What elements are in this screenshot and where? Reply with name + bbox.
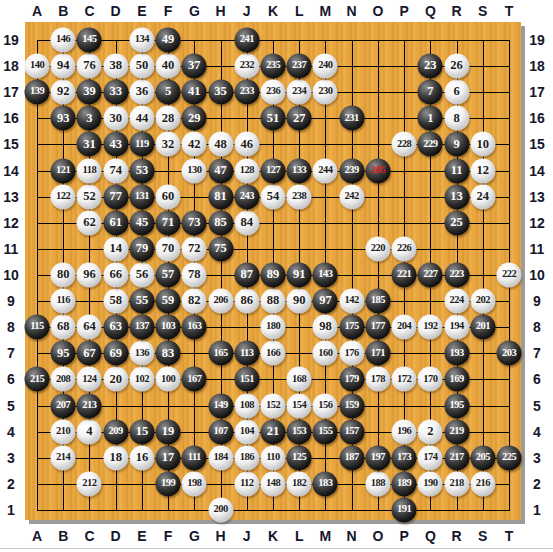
- stone-white-98-M8: 98: [313, 315, 338, 340]
- move-number: 165: [213, 348, 227, 359]
- stone-white-242-N13: 242: [339, 184, 364, 209]
- stone-white-168-L6: 168: [287, 367, 312, 392]
- stone-black-47-H14: 47: [208, 158, 233, 183]
- row-label-left-6: 6: [7, 371, 15, 387]
- move-number: 37: [188, 59, 201, 72]
- move-number: 46: [241, 138, 254, 151]
- last-move-number: 245: [371, 165, 385, 176]
- move-number: 207: [56, 400, 70, 411]
- stone-black-221-P10: 221: [392, 263, 417, 288]
- stone-white-74-D14: 74: [103, 158, 128, 183]
- stone-black-51-K16: 51: [261, 106, 286, 131]
- move-number: 131: [135, 191, 149, 202]
- stone-black-15-E4: 15: [129, 419, 154, 444]
- stone-black-31-C15: 31: [77, 132, 102, 157]
- stone-white-52-C13: 52: [77, 184, 102, 209]
- stone-white-90-L9: 90: [287, 289, 312, 314]
- move-number: 57: [162, 268, 175, 281]
- move-number: 38: [109, 59, 122, 72]
- stone-black-111-G3: 111: [182, 445, 207, 470]
- stone-black-125-L3: 125: [287, 445, 312, 470]
- move-number: 44: [136, 112, 149, 125]
- stone-black-95-B7: 95: [51, 341, 76, 366]
- stone-black-59-F9: 59: [156, 289, 181, 314]
- move-number: 241: [240, 34, 254, 45]
- stone-white-16-E3: 16: [129, 445, 154, 470]
- column-label-top-F: F: [164, 3, 173, 19]
- stone-black-1-Q16: 1: [418, 106, 443, 131]
- move-number: 205: [476, 452, 490, 463]
- move-number: 98: [319, 320, 332, 333]
- stone-white-202-S9: 202: [470, 289, 495, 314]
- move-number: 47: [214, 164, 227, 177]
- move-number: 128: [240, 165, 254, 176]
- stone-white-196-P4: 196: [392, 419, 417, 444]
- move-number: 74: [109, 164, 122, 177]
- stone-white-194-R8: 194: [444, 315, 469, 340]
- stone-white-124-C6: 124: [77, 367, 102, 392]
- move-number: 54: [267, 190, 280, 203]
- move-number: 55: [136, 294, 149, 307]
- stone-white-128-J14: 128: [234, 158, 259, 183]
- row-label-right-8: 8: [533, 319, 541, 335]
- stone-white-44-E16: 44: [129, 106, 154, 131]
- stone-black-215-A6: 215: [25, 367, 50, 392]
- row-label-right-9: 9: [533, 293, 541, 309]
- row-label-left-5: 5: [7, 398, 15, 414]
- move-number: 202: [476, 295, 490, 306]
- row-label-right-13: 13: [529, 189, 545, 205]
- move-number: 237: [292, 60, 306, 71]
- move-number: 151: [240, 374, 254, 385]
- move-number: 36: [136, 85, 149, 98]
- move-number: 156: [318, 400, 332, 411]
- stone-white-166-K7: 166: [261, 341, 286, 366]
- row-label-right-15: 15: [529, 136, 545, 152]
- move-number: 194: [449, 321, 463, 332]
- row-label-left-18: 18: [3, 58, 19, 74]
- move-number: 71: [162, 216, 175, 229]
- move-number: 108: [240, 400, 254, 411]
- move-number: 197: [371, 452, 385, 463]
- stone-black-175-N8: 175: [339, 315, 364, 340]
- move-number: 3: [86, 112, 92, 125]
- stone-white-136-E7: 136: [129, 341, 154, 366]
- move-number: 26: [450, 59, 463, 72]
- move-number: 169: [449, 374, 463, 385]
- move-number: 20: [109, 373, 122, 386]
- stone-black-197-O3: 197: [365, 445, 390, 470]
- stone-white-176-N7: 176: [339, 341, 364, 366]
- stone-white-24-S13: 24: [470, 184, 495, 209]
- move-number: 143: [318, 269, 332, 280]
- move-number: 5: [165, 85, 171, 98]
- move-number: 72: [188, 242, 201, 255]
- stone-white-170-Q6: 170: [418, 367, 443, 392]
- move-number: 154: [292, 400, 306, 411]
- row-label-right-16: 16: [529, 110, 545, 126]
- stone-white-220-O11: 220: [365, 236, 390, 261]
- move-number: 6: [453, 85, 459, 98]
- column-label-bottom-O: O: [372, 528, 383, 544]
- stone-black-45-E12: 45: [129, 210, 154, 235]
- stone-white-54-K13: 54: [261, 184, 286, 209]
- stone-white-180-K8: 180: [261, 315, 286, 340]
- stone-black-107-H4: 107: [208, 419, 233, 444]
- stone-black-207-B5: 207: [51, 393, 76, 418]
- move-number: 35: [214, 85, 227, 98]
- move-number: 179: [345, 374, 359, 385]
- stone-black-81-H13: 81: [208, 184, 233, 209]
- move-number: 102: [135, 374, 149, 385]
- stone-black-151-J6: 151: [234, 367, 259, 392]
- move-number: 176: [345, 348, 359, 359]
- stone-black-229-Q15: 229: [418, 132, 443, 157]
- stone-black-127-K14: 127: [261, 158, 286, 183]
- row-label-left-10: 10: [3, 267, 19, 283]
- stone-white-36-E17: 36: [129, 80, 154, 105]
- stone-black-17-F3: 17: [156, 445, 181, 470]
- stone-black-73-G12: 73: [182, 210, 207, 235]
- stone-black-169-R6: 169: [444, 367, 469, 392]
- stone-black-149-H5: 149: [208, 393, 233, 418]
- stone-white-206-H9: 206: [208, 289, 233, 314]
- stone-black-185-O9: 185: [365, 289, 390, 314]
- move-number: 170: [423, 374, 437, 385]
- stone-black-201-S8: 201: [470, 315, 495, 340]
- stone-white-8-R16: 8: [444, 106, 469, 131]
- stone-black-23-Q18: 23: [418, 54, 443, 79]
- move-number: 166: [266, 348, 280, 359]
- move-number: 192: [423, 321, 437, 332]
- move-number: 168: [292, 374, 306, 385]
- move-number: 80: [57, 268, 70, 281]
- stone-white-236-K17: 236: [261, 80, 286, 105]
- row-label-left-7: 7: [7, 345, 15, 361]
- move-number: 195: [449, 400, 463, 411]
- stone-white-238-L13: 238: [287, 184, 312, 209]
- stone-black-21-K4: 21: [261, 419, 286, 444]
- stone-black-61-D12: 61: [103, 210, 128, 235]
- move-number: 140: [30, 60, 44, 71]
- move-number: 204: [397, 321, 411, 332]
- stone-black-75-H11: 75: [208, 236, 233, 261]
- stone-black-69-D7: 69: [103, 341, 128, 366]
- move-number: 100: [161, 374, 175, 385]
- move-number: 233: [240, 86, 254, 97]
- move-number: 125: [292, 452, 306, 463]
- stone-white-146-B19: 146: [51, 28, 76, 53]
- move-number: 73: [188, 216, 201, 229]
- stone-black-239-N14: 239: [339, 158, 364, 183]
- move-number: 174: [423, 452, 437, 463]
- column-label-bottom-R: R: [451, 528, 461, 544]
- stone-white-32-F15: 32: [156, 132, 181, 157]
- stone-black-223-R10: 223: [444, 263, 469, 288]
- column-label-bottom-P: P: [399, 528, 408, 544]
- stone-white-92-B17: 92: [51, 80, 76, 105]
- move-number: 221: [397, 269, 411, 280]
- move-number: 13: [450, 190, 463, 203]
- stone-black-131-E13: 131: [129, 184, 154, 209]
- stone-black-5-F17: 5: [156, 80, 181, 105]
- move-number: 21: [267, 425, 280, 438]
- stone-white-204-P8: 204: [392, 315, 417, 340]
- move-number: 185: [371, 295, 385, 306]
- stone-black-41-G17: 41: [182, 80, 207, 105]
- stone-white-130-G14: 130: [182, 158, 207, 183]
- stone-black-241-J19: 241: [234, 28, 259, 53]
- move-number: 222: [502, 269, 516, 280]
- stone-black-225-T3: 225: [497, 445, 522, 470]
- stone-black-187-N3: 187: [339, 445, 364, 470]
- move-number: 178: [371, 374, 385, 385]
- row-label-left-12: 12: [3, 215, 19, 231]
- grid-hline-1: [37, 510, 510, 511]
- row-label-right-12: 12: [529, 215, 545, 231]
- move-number: 84: [241, 216, 254, 229]
- go-record-window: 1234567891011121314151617181920212324252…: [0, 0, 553, 552]
- stone-black-63-D8: 63: [103, 315, 128, 340]
- move-number: 201: [476, 321, 490, 332]
- move-number: 75: [214, 242, 227, 255]
- stone-white-4-C4: 4: [77, 419, 102, 444]
- stone-black-165-H7: 165: [208, 341, 233, 366]
- row-label-right-18: 18: [529, 58, 545, 74]
- stone-black-133-L14: 133: [287, 158, 312, 183]
- stone-black-213-C5: 213: [77, 393, 102, 418]
- move-number: 230: [318, 86, 332, 97]
- stone-black-57-F10: 57: [156, 263, 181, 288]
- column-label-bottom-C: C: [84, 528, 94, 544]
- stone-black-199-F2: 199: [156, 471, 181, 496]
- row-label-left-1: 1: [7, 502, 15, 518]
- stone-black-103-F8: 103: [156, 315, 181, 340]
- stone-white-226-P11: 226: [392, 236, 417, 261]
- move-number: 231: [345, 113, 359, 124]
- stone-white-60-F13: 60: [156, 184, 181, 209]
- move-number: 116: [56, 295, 70, 306]
- move-number: 183: [318, 478, 332, 489]
- stone-black-203-T7: 203: [497, 341, 522, 366]
- move-number: 152: [266, 400, 280, 411]
- stone-black-121-B14: 121: [51, 158, 76, 183]
- column-label-top-E: E: [137, 3, 146, 19]
- move-number: 31: [83, 138, 96, 151]
- stone-black-67-C7: 67: [77, 341, 102, 366]
- row-label-right-2: 2: [533, 476, 541, 492]
- column-label-bottom-T: T: [505, 528, 514, 544]
- move-number: 89: [267, 268, 280, 281]
- stone-white-118-C14: 118: [77, 158, 102, 183]
- stone-white-214-B3: 214: [51, 445, 76, 470]
- stone-black-87-J10: 87: [234, 263, 259, 288]
- stone-black-243-J13: 243: [234, 184, 259, 209]
- stone-white-10-S15: 10: [470, 132, 495, 157]
- row-label-left-13: 13: [3, 189, 19, 205]
- stone-black-13-R13: 13: [444, 184, 469, 209]
- move-number: 177: [371, 321, 385, 332]
- row-label-left-11: 11: [4, 241, 19, 257]
- stone-white-160-M7: 160: [313, 341, 338, 366]
- move-number: 172: [397, 374, 411, 385]
- move-number: 97: [319, 294, 332, 307]
- stone-white-232-J18: 232: [234, 54, 259, 79]
- move-number: 243: [240, 191, 254, 202]
- column-label-bottom-G: G: [189, 528, 200, 544]
- stone-white-18-D3: 18: [103, 445, 128, 470]
- stone-black-37-G18: 37: [182, 54, 207, 79]
- stone-white-234-L17: 234: [287, 80, 312, 105]
- move-number: 91: [293, 268, 306, 281]
- column-label-bottom-N: N: [347, 528, 357, 544]
- move-number: 103: [161, 321, 175, 332]
- grid-vline-S: [483, 40, 484, 511]
- move-number: 28: [162, 112, 175, 125]
- stone-white-198-G2: 198: [182, 471, 207, 496]
- stone-white-178-O6: 178: [365, 367, 390, 392]
- row-label-left-4: 4: [7, 424, 15, 440]
- stone-black-167-G6: 167: [182, 367, 207, 392]
- move-number: 149: [213, 400, 227, 411]
- stone-black-43-D15: 43: [103, 132, 128, 157]
- stone-white-108-J5: 108: [234, 393, 259, 418]
- stone-white-222-T10: 222: [497, 263, 522, 288]
- move-number: 41: [188, 85, 201, 98]
- column-label-top-L: L: [295, 3, 304, 19]
- stone-black-171-O7: 171: [365, 341, 390, 366]
- move-number: 93: [57, 112, 70, 125]
- stone-black-83-F7: 83: [156, 341, 181, 366]
- stone-black-53-E14: 53: [129, 158, 154, 183]
- move-number: 142: [345, 295, 359, 306]
- move-number: 78: [188, 268, 201, 281]
- stone-black-163-G8: 163: [182, 315, 207, 340]
- column-label-top-R: R: [451, 3, 461, 19]
- stone-white-2-Q4: 2: [418, 419, 443, 444]
- stone-black-245-O14: 245: [365, 158, 390, 183]
- column-label-bottom-E: E: [137, 528, 146, 544]
- stone-white-6-R17: 6: [444, 80, 469, 105]
- column-label-top-A: A: [32, 3, 42, 19]
- column-label-bottom-Q: Q: [425, 528, 436, 544]
- move-number: 134: [135, 34, 149, 45]
- move-number: 107: [213, 426, 227, 437]
- move-number: 11: [451, 164, 463, 177]
- goban[interactable]: 1234567891011121314151617181920212324252…: [25, 22, 521, 520]
- stone-black-115-A8: 115: [25, 315, 50, 340]
- row-label-right-19: 19: [529, 32, 545, 48]
- move-number: 24: [477, 190, 490, 203]
- move-number: 51: [267, 112, 280, 125]
- move-number: 27: [293, 112, 306, 125]
- stone-white-26-R18: 26: [444, 54, 469, 79]
- column-label-top-Q: Q: [425, 3, 436, 19]
- move-number: 232: [240, 60, 254, 71]
- move-number: 212: [82, 478, 96, 489]
- column-label-bottom-J: J: [243, 528, 251, 544]
- row-label-left-14: 14: [3, 163, 19, 179]
- column-label-top-D: D: [111, 3, 121, 19]
- move-number: 92: [57, 85, 70, 98]
- row-label-right-4: 4: [533, 424, 541, 440]
- row-label-right-6: 6: [533, 371, 541, 387]
- move-number: 213: [82, 400, 96, 411]
- stone-black-191-P1: 191: [392, 498, 417, 523]
- move-number: 70: [162, 242, 175, 255]
- stone-white-82-G9: 82: [182, 289, 207, 314]
- move-number: 90: [293, 294, 306, 307]
- move-number: 226: [397, 243, 411, 254]
- stone-white-66-D10: 66: [103, 263, 128, 288]
- stone-black-11-R14: 11: [444, 158, 469, 183]
- stone-black-219-R4: 219: [444, 419, 469, 444]
- move-number: 180: [266, 321, 280, 332]
- move-number: 43: [109, 138, 122, 151]
- column-label-top-O: O: [372, 3, 383, 19]
- move-number: 236: [266, 86, 280, 97]
- stone-black-217-R3: 217: [444, 445, 469, 470]
- move-number: 121: [56, 165, 70, 176]
- move-number: 49: [162, 33, 175, 46]
- stone-black-155-M4: 155: [313, 419, 338, 444]
- move-number: 146: [56, 34, 70, 45]
- stone-white-116-B9: 116: [51, 289, 76, 314]
- stone-black-173-P3: 173: [392, 445, 417, 470]
- stone-white-192-Q8: 192: [418, 315, 443, 340]
- move-number: 111: [188, 452, 201, 463]
- stone-white-94-B18: 94: [51, 54, 76, 79]
- move-number: 76: [83, 59, 96, 72]
- row-label-right-1: 1: [533, 502, 541, 518]
- move-number: 227: [423, 269, 437, 280]
- column-label-bottom-F: F: [164, 528, 173, 544]
- stone-black-93-B16: 93: [51, 106, 76, 131]
- stone-black-139-A17: 139: [25, 80, 50, 105]
- stone-black-227-Q10: 227: [418, 263, 443, 288]
- stone-white-72-G11: 72: [182, 236, 207, 261]
- move-number: 25: [450, 216, 463, 229]
- stone-black-235-K18: 235: [261, 54, 286, 79]
- stone-white-230-M17: 230: [313, 80, 338, 105]
- move-number: 45: [136, 216, 149, 229]
- move-number: 240: [318, 60, 332, 71]
- move-number: 225: [502, 452, 516, 463]
- move-number: 1: [427, 112, 433, 125]
- column-label-top-S: S: [478, 3, 487, 19]
- stone-black-25-R12: 25: [444, 210, 469, 235]
- move-number: 94: [57, 59, 70, 72]
- column-label-top-N: N: [347, 3, 357, 19]
- move-number: 184: [213, 452, 227, 463]
- stone-black-7-Q17: 7: [418, 80, 443, 105]
- stone-black-39-C17: 39: [77, 80, 102, 105]
- move-number: 83: [162, 347, 175, 360]
- stone-white-200-H1: 200: [208, 498, 233, 523]
- move-number: 148: [266, 478, 280, 489]
- move-number: 191: [397, 504, 411, 515]
- row-label-right-10: 10: [529, 267, 545, 283]
- move-number: 82: [188, 294, 201, 307]
- move-number: 139: [30, 86, 44, 97]
- move-number: 171: [371, 348, 385, 359]
- row-label-left-16: 16: [3, 110, 19, 126]
- move-number: 33: [109, 85, 122, 98]
- move-number: 69: [109, 347, 122, 360]
- move-number: 16: [136, 451, 149, 464]
- move-number: 217: [449, 452, 463, 463]
- stone-black-233-J17: 233: [234, 80, 259, 105]
